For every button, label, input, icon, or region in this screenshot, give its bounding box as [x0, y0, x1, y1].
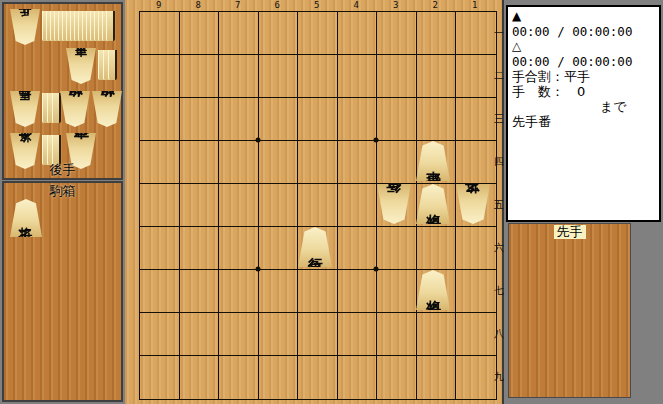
board-cell[interactable] — [219, 270, 259, 313]
hand-koma-silver-1[interactable]: 銀将 — [60, 91, 90, 127]
board-cell[interactable] — [456, 227, 496, 270]
board-cell[interactable] — [219, 98, 259, 141]
hand-stack-pawn[interactable]: 歩兵 — [10, 9, 40, 45]
hand-stack-knight[interactable]: 桂馬 — [10, 91, 40, 127]
hand-koma-silver-2[interactable]: 銀将 — [92, 91, 122, 127]
file-label-2: 2 — [416, 0, 456, 10]
board-cell[interactable] — [180, 98, 220, 141]
board-cell[interactable] — [456, 313, 496, 356]
hand-koma-lance[interactable]: 香車 — [66, 48, 96, 84]
board-cell[interactable] — [298, 141, 338, 184]
board-cell[interactable] — [140, 98, 180, 141]
sente-mark: ▲ — [512, 9, 655, 24]
board-cell[interactable] — [219, 227, 259, 270]
board-cell[interactable] — [140, 12, 180, 55]
move-count-label: 手 数： — [512, 84, 577, 99]
board-cell[interactable] — [219, 55, 259, 98]
board-cell[interactable] — [140, 141, 180, 184]
board-cell[interactable] — [377, 356, 417, 399]
file-label-9: 9 — [139, 0, 179, 10]
file-label-5: 5 — [297, 0, 337, 10]
hand-stack-lance[interactable]: 香車 — [66, 48, 96, 84]
board-cell[interactable] — [180, 184, 220, 227]
board-cell[interactable] — [259, 270, 299, 313]
board-cell[interactable] — [456, 12, 496, 55]
board-cell[interactable] — [298, 356, 338, 399]
file-label-8: 8 — [179, 0, 219, 10]
move-count-line: 手 数： 0 — [512, 84, 655, 99]
board-cell[interactable] — [140, 55, 180, 98]
move-count-value: 0 — [577, 84, 585, 99]
board-cell[interactable] — [298, 55, 338, 98]
star-dot — [255, 138, 260, 143]
board-cell[interactable] — [140, 184, 180, 227]
hand-piece-edge — [52, 93, 61, 123]
board-cell[interactable] — [180, 270, 220, 313]
board-cell[interactable] — [219, 356, 259, 399]
board-cell[interactable] — [259, 12, 299, 55]
board-cell[interactable] — [259, 356, 299, 399]
board-cell[interactable] — [219, 141, 259, 184]
board-cell[interactable] — [298, 12, 338, 55]
board-panel: 987654321 一二三四五六七八九 飛車 角行 銀将 玉将 角行 銀将 — [125, 0, 504, 404]
board-cell[interactable] — [180, 356, 220, 399]
rank-label-6: 六 — [493, 242, 505, 253]
star-dot — [374, 267, 379, 272]
board-cell[interactable] — [338, 356, 378, 399]
rank-label-8: 八 — [493, 328, 505, 339]
gote-hand-panel[interactable]: 歩兵 香車 桂馬 銀将 銀将 金将 飛車 後手 — [2, 2, 123, 180]
shogi-board-editor: 歩兵 香車 桂馬 銀将 銀将 金将 飛車 後手 駒箱 — [0, 0, 663, 404]
board-cell[interactable] — [219, 184, 259, 227]
board-cell[interactable] — [219, 313, 259, 356]
file-label-6: 6 — [258, 0, 298, 10]
board-cell[interactable] — [140, 227, 180, 270]
file-label-4: 4 — [337, 0, 377, 10]
board-cell[interactable] — [417, 98, 457, 141]
file-label-3: 3 — [376, 0, 416, 10]
handicap-line: 手合割：平手 — [512, 69, 655, 84]
board-cell[interactable] — [377, 98, 417, 141]
board-cell[interactable] — [377, 270, 417, 313]
board-cell[interactable] — [456, 270, 496, 313]
hand-koma-pawn[interactable]: 歩兵 — [10, 9, 40, 45]
board-cell[interactable] — [298, 184, 338, 227]
piece-box-panel[interactable]: 駒箱 玉将 — [2, 181, 123, 402]
board-cell[interactable] — [377, 313, 417, 356]
board-cell[interactable] — [180, 227, 220, 270]
file-label-7: 7 — [218, 0, 258, 10]
board-cell[interactable] — [338, 313, 378, 356]
handicap-label: 手合割： — [512, 69, 564, 84]
board-cell[interactable] — [259, 313, 299, 356]
rank-label-4: 四 — [493, 156, 505, 167]
piece-box-label: 駒箱 — [4, 184, 121, 198]
board-cell[interactable] — [140, 356, 180, 399]
star-dot — [374, 138, 379, 143]
board-cell[interactable] — [456, 356, 496, 399]
box-koma-king[interactable]: 玉将 — [10, 199, 42, 237]
board-cell[interactable] — [417, 12, 457, 55]
board-cell[interactable] — [298, 270, 338, 313]
star-dot — [255, 267, 260, 272]
board-cell[interactable] — [298, 98, 338, 141]
board-cell[interactable] — [338, 141, 378, 184]
hand-piece-edge — [106, 11, 115, 41]
hand-piece-edge — [52, 135, 61, 165]
gote-clock: 00:00 / 00:00:00 — [512, 54, 655, 69]
board-cell[interactable] — [417, 227, 457, 270]
board-cell[interactable] — [417, 55, 457, 98]
board-cell[interactable] — [338, 270, 378, 313]
sente-clock: 00:00 / 00:00:00 — [512, 24, 655, 39]
hand-piece-edge — [108, 50, 117, 80]
sente-hand-panel[interactable]: 先手 — [508, 223, 631, 398]
rank-label-1: 一 — [493, 27, 505, 38]
board-cell[interactable] — [338, 55, 378, 98]
board-cell[interactable] — [417, 356, 457, 399]
turn-indicator: 先手番 — [512, 114, 655, 129]
board-cell[interactable] — [377, 227, 417, 270]
board-cell[interactable] — [338, 98, 378, 141]
rank-label-3: 三 — [493, 113, 505, 124]
board-cell[interactable] — [140, 270, 180, 313]
rank-label-7: 七 — [493, 285, 505, 296]
board-cell[interactable] — [259, 141, 299, 184]
rank-label-2: 二 — [493, 70, 505, 81]
board-cell[interactable] — [219, 12, 259, 55]
board-cell[interactable] — [377, 55, 417, 98]
board-cell[interactable] — [377, 12, 417, 55]
board-cell[interactable] — [180, 55, 220, 98]
board-cell[interactable] — [298, 313, 338, 356]
file-label-1: 1 — [455, 0, 495, 10]
board-cell[interactable] — [338, 184, 378, 227]
board-cell[interactable] — [456, 141, 496, 184]
board-cell[interactable] — [180, 313, 220, 356]
gote-mark: △ — [512, 39, 655, 54]
board-cell[interactable] — [140, 313, 180, 356]
game-info-panel: ▲ 00:00 / 00:00:00 △ 00:00 / 00:00:00 手合… — [506, 5, 661, 222]
board-cell[interactable] — [259, 55, 299, 98]
sente-label: 先手 — [554, 225, 586, 239]
rank-label-9: 九 — [493, 371, 505, 382]
board-cell[interactable] — [259, 227, 299, 270]
board-cell[interactable] — [259, 98, 299, 141]
made-label: まで — [600, 99, 655, 114]
board-cell[interactable] — [180, 141, 220, 184]
board-cell[interactable] — [456, 98, 496, 141]
board-cell[interactable] — [338, 12, 378, 55]
rank-label-5: 五 — [493, 199, 505, 210]
hand-koma-knight[interactable]: 桂馬 — [10, 91, 40, 127]
board-cell[interactable] — [377, 141, 417, 184]
board-cell[interactable] — [338, 227, 378, 270]
board-cell[interactable] — [456, 55, 496, 98]
handicap-value: 平手 — [564, 69, 590, 84]
board-cell[interactable] — [259, 184, 299, 227]
board-cell[interactable] — [417, 313, 457, 356]
board-cell[interactable] — [180, 12, 220, 55]
